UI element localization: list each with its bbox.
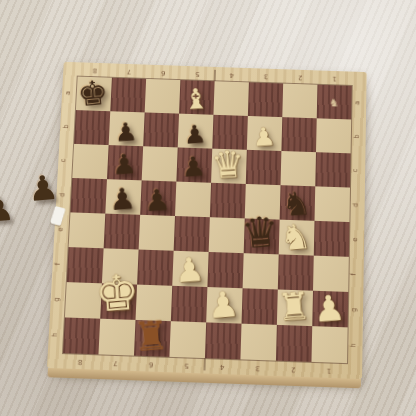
square-g4[interactable]: ♟ — [206, 287, 242, 324]
floor-piece-black-pawn[interactable]: ♟ — [26, 167, 60, 210]
rank-label-bottom-1: 1 — [326, 367, 331, 374]
file-label-right-h: h — [350, 343, 357, 348]
piece-white-pawn-g1[interactable]: ♟ — [312, 291, 346, 327]
square-c7[interactable]: ♟ — [107, 145, 143, 180]
square-d1[interactable] — [315, 186, 350, 222]
piece-black-pawn-b5[interactable]: ♟ — [182, 122, 207, 147]
square-h2[interactable] — [276, 325, 312, 362]
square-a7[interactable] — [110, 78, 146, 113]
square-d5[interactable] — [175, 182, 211, 218]
square-c3[interactable] — [246, 150, 282, 185]
square-e8[interactable] — [69, 212, 106, 248]
square-e2[interactable]: ♞ — [279, 220, 315, 256]
rank-label-bottom-3: 3 — [255, 364, 260, 371]
file-label-right-f: f — [350, 273, 357, 276]
square-c2[interactable] — [281, 151, 316, 186]
square-b1[interactable] — [316, 118, 351, 153]
file-label-left-b: b — [63, 124, 70, 129]
square-h4[interactable] — [205, 322, 242, 359]
file-label-left-d: d — [59, 193, 66, 198]
rank-label-bottom-6: 6 — [149, 360, 154, 367]
piece-white-king-g7[interactable]: ♚ — [93, 270, 140, 320]
piece-white-bishop-a5[interactable]: ♝ — [182, 86, 209, 114]
file-label-left-g: g — [53, 297, 60, 302]
rank-label-bottom-2: 2 — [291, 365, 296, 372]
square-h6[interactable]: ♜ — [134, 320, 171, 357]
square-d2[interactable]: ♞ — [280, 185, 316, 221]
square-h5[interactable] — [169, 321, 206, 358]
piece-white-queen-c4[interactable]: ♛ — [209, 146, 245, 183]
square-d7[interactable]: ♟ — [105, 179, 141, 215]
square-g1[interactable]: ♟ — [312, 291, 348, 328]
square-e1[interactable] — [314, 221, 350, 257]
rank-label-bottom-8: 8 — [78, 358, 83, 365]
rank-label-top-6: 6 — [161, 69, 166, 76]
square-c5[interactable]: ♟ — [176, 147, 212, 182]
square-b3[interactable]: ♟ — [247, 116, 282, 151]
piece-white-knight-e2[interactable]: ♞ — [278, 220, 312, 255]
square-a2[interactable] — [282, 84, 317, 119]
rank-label-bottom-7: 7 — [113, 359, 118, 366]
file-label-right-a: a — [354, 101, 361, 105]
file-label-right-d: d — [352, 203, 359, 208]
square-c8[interactable] — [72, 144, 108, 179]
square-e3[interactable]: ♛ — [244, 218, 280, 254]
square-b8[interactable] — [74, 110, 110, 145]
square-d8[interactable] — [70, 178, 107, 214]
piece-black-pawn-d7[interactable]: ♟ — [108, 184, 136, 214]
rank-label-top-3: 3 — [264, 72, 269, 79]
piece-white-pawn-f5[interactable]: ♟ — [173, 253, 205, 286]
piece-white-rook-g2[interactable]: ♜ — [275, 288, 311, 326]
file-label-left-f: f — [54, 263, 61, 266]
file-label-left-c: c — [61, 159, 68, 163]
square-e7[interactable] — [104, 214, 141, 250]
piece-white-pawn-g4[interactable]: ♟ — [206, 287, 240, 323]
square-b5[interactable]: ♟ — [178, 114, 214, 149]
square-e5[interactable] — [174, 216, 210, 252]
square-h8[interactable] — [63, 317, 100, 354]
square-b2[interactable] — [281, 117, 316, 152]
square-b7[interactable]: ♟ — [109, 111, 145, 146]
square-a1[interactable]: ♞ — [317, 85, 352, 120]
file-label-left-e: e — [57, 227, 64, 232]
square-f6[interactable] — [137, 250, 174, 286]
rank-label-top-4: 4 — [229, 71, 234, 78]
piece-black-king-a8[interactable]: ♚ — [76, 77, 109, 111]
rank-label-top-5: 5 — [195, 70, 200, 77]
square-g5[interactable] — [171, 286, 208, 323]
rank-label-top-7: 7 — [127, 68, 132, 75]
rank-label-top-8: 8 — [93, 67, 98, 74]
rank-label-bottom-4: 4 — [220, 363, 225, 370]
piece-black-pawn-c5[interactable]: ♟ — [180, 154, 207, 182]
square-c6[interactable] — [142, 146, 178, 181]
chess-board: ♚♝♞♟♟♟♟♟♛♟♟♞♛♞♟♚♟♜♟♜ 8877665544332211aab… — [47, 62, 367, 379]
square-d6[interactable]: ♟ — [140, 180, 176, 216]
square-e4[interactable] — [209, 217, 245, 253]
piece-black-rook-h6[interactable]: ♜ — [132, 316, 170, 356]
square-a5[interactable]: ♝ — [179, 80, 215, 115]
piece-white-pawn-b3[interactable]: ♟ — [251, 125, 276, 150]
rank-label-top-1: 1 — [332, 75, 337, 82]
square-h3[interactable] — [240, 324, 276, 361]
corner-knight-stamp: ♞ — [329, 96, 339, 109]
file-label-left-a: a — [65, 91, 72, 95]
file-label-right-b: b — [354, 134, 361, 139]
square-c1[interactable] — [315, 152, 350, 187]
square-h7[interactable] — [98, 319, 135, 356]
square-f4[interactable] — [207, 252, 243, 288]
square-a6[interactable] — [145, 79, 181, 114]
rank-label-bottom-5: 5 — [184, 361, 189, 368]
piece-black-queen-e3[interactable]: ♛ — [240, 212, 281, 254]
square-b6[interactable] — [143, 112, 179, 147]
square-f5[interactable]: ♟ — [172, 251, 208, 287]
piece-black-knight-d2[interactable]: ♞ — [280, 187, 312, 220]
file-label-right-c: c — [353, 169, 360, 173]
square-g3[interactable] — [242, 288, 278, 325]
square-c4[interactable]: ♛ — [211, 149, 247, 184]
file-label-left-h: h — [51, 333, 58, 338]
square-f3[interactable] — [243, 253, 279, 289]
square-f1[interactable] — [313, 256, 349, 292]
square-h1[interactable] — [311, 326, 347, 363]
rank-label-top-2: 2 — [298, 74, 303, 81]
square-a4[interactable] — [213, 81, 248, 116]
piece-black-pawn-b7[interactable]: ♟ — [113, 120, 137, 145]
board-grid: ♚♝♞♟♟♟♟♟♛♟♟♞♛♞♟♚♟♜♟♜ — [63, 77, 352, 364]
piece-black-pawn-d6[interactable]: ♟ — [143, 185, 171, 215]
square-g2[interactable]: ♜ — [277, 289, 313, 326]
square-e6[interactable] — [139, 215, 175, 251]
square-a8[interactable]: ♚ — [76, 77, 112, 112]
file-label-right-g: g — [351, 307, 358, 312]
file-label-right-e: e — [352, 237, 359, 242]
piece-black-pawn-c7[interactable]: ♟ — [111, 152, 137, 180]
square-a3[interactable] — [248, 82, 283, 117]
